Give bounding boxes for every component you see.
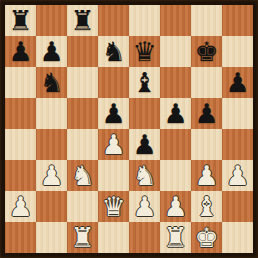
piece-black-queen[interactable]: ♛ [132, 36, 156, 67]
piece-white-pawn[interactable]: ♟ [225, 160, 249, 191]
square-a4[interactable] [5, 129, 36, 160]
square-b8[interactable] [36, 5, 67, 36]
square-f5[interactable]: ♟ [160, 98, 191, 129]
square-d4[interactable]: ♟ [98, 129, 129, 160]
square-a1[interactable] [5, 222, 36, 253]
square-d7[interactable]: ♞ [98, 36, 129, 67]
square-a5[interactable] [5, 98, 36, 129]
square-h5[interactable] [222, 98, 253, 129]
square-g8[interactable] [191, 5, 222, 36]
piece-white-bishop[interactable]: ♝ [194, 191, 218, 222]
piece-white-pawn[interactable]: ♟ [163, 191, 187, 222]
square-c2[interactable] [67, 191, 98, 222]
square-g5[interactable]: ♟ [191, 98, 222, 129]
piece-white-knight[interactable]: ♞ [132, 160, 156, 191]
square-c3[interactable]: ♞ [67, 160, 98, 191]
piece-white-rook[interactable]: ♜ [70, 222, 94, 253]
square-h6[interactable]: ♟ [222, 67, 253, 98]
square-g3[interactable]: ♟ [191, 160, 222, 191]
piece-black-king[interactable]: ♚ [194, 36, 218, 67]
square-d3[interactable] [98, 160, 129, 191]
square-f3[interactable] [160, 160, 191, 191]
square-h7[interactable] [222, 36, 253, 67]
square-a7[interactable]: ♟ [5, 36, 36, 67]
piece-white-pawn[interactable]: ♟ [101, 129, 125, 160]
piece-white-king[interactable]: ♚ [194, 222, 218, 253]
square-f8[interactable] [160, 5, 191, 36]
square-f1[interactable]: ♜ [160, 222, 191, 253]
square-b1[interactable] [36, 222, 67, 253]
square-e6[interactable]: ♝ [129, 67, 160, 98]
square-d8[interactable] [98, 5, 129, 36]
piece-white-rook[interactable]: ♜ [163, 222, 187, 253]
square-e8[interactable] [129, 5, 160, 36]
square-e2[interactable]: ♟ [129, 191, 160, 222]
piece-black-pawn[interactable]: ♟ [101, 98, 125, 129]
square-h1[interactable] [222, 222, 253, 253]
square-h3[interactable]: ♟ [222, 160, 253, 191]
square-h4[interactable] [222, 129, 253, 160]
square-c7[interactable] [67, 36, 98, 67]
square-g2[interactable]: ♝ [191, 191, 222, 222]
square-g1[interactable]: ♚ [191, 222, 222, 253]
square-a3[interactable] [5, 160, 36, 191]
piece-black-pawn[interactable]: ♟ [194, 98, 218, 129]
chess-board: ♜♜♟♟♞♛♚♞♝♟♟♟♟♟♟♟♞♞♟♟♟♛♟♟♝♜♜♚ [5, 5, 253, 253]
square-f4[interactable] [160, 129, 191, 160]
chess-board-frame: ♜♜♟♟♞♛♚♞♝♟♟♟♟♟♟♟♞♞♟♟♟♛♟♟♝♜♜♚ [0, 0, 258, 258]
piece-black-rook[interactable]: ♜ [8, 5, 32, 36]
piece-black-knight[interactable]: ♞ [39, 67, 63, 98]
square-g6[interactable] [191, 67, 222, 98]
square-c6[interactable] [67, 67, 98, 98]
square-d1[interactable] [98, 222, 129, 253]
square-e5[interactable] [129, 98, 160, 129]
piece-black-knight[interactable]: ♞ [101, 36, 125, 67]
square-a6[interactable] [5, 67, 36, 98]
square-b3[interactable]: ♟ [36, 160, 67, 191]
square-f2[interactable]: ♟ [160, 191, 191, 222]
square-g7[interactable]: ♚ [191, 36, 222, 67]
square-h8[interactable] [222, 5, 253, 36]
square-f6[interactable] [160, 67, 191, 98]
square-b5[interactable] [36, 98, 67, 129]
square-c4[interactable] [67, 129, 98, 160]
piece-black-pawn[interactable]: ♟ [39, 36, 63, 67]
square-g4[interactable] [191, 129, 222, 160]
square-a2[interactable]: ♟ [5, 191, 36, 222]
square-f7[interactable] [160, 36, 191, 67]
piece-white-pawn[interactable]: ♟ [8, 191, 32, 222]
piece-white-knight[interactable]: ♞ [70, 160, 94, 191]
square-e4[interactable]: ♟ [129, 129, 160, 160]
piece-white-pawn[interactable]: ♟ [194, 160, 218, 191]
square-h2[interactable] [222, 191, 253, 222]
piece-white-pawn[interactable]: ♟ [39, 160, 63, 191]
square-c5[interactable] [67, 98, 98, 129]
square-e3[interactable]: ♞ [129, 160, 160, 191]
piece-black-pawn[interactable]: ♟ [132, 129, 156, 160]
piece-black-pawn[interactable]: ♟ [163, 98, 187, 129]
square-d6[interactable] [98, 67, 129, 98]
piece-black-pawn[interactable]: ♟ [8, 36, 32, 67]
piece-black-bishop[interactable]: ♝ [132, 67, 156, 98]
square-e7[interactable]: ♛ [129, 36, 160, 67]
square-b2[interactable] [36, 191, 67, 222]
square-b7[interactable]: ♟ [36, 36, 67, 67]
piece-white-pawn[interactable]: ♟ [132, 191, 156, 222]
square-b4[interactable] [36, 129, 67, 160]
piece-black-pawn[interactable]: ♟ [225, 67, 249, 98]
square-e1[interactable] [129, 222, 160, 253]
piece-white-queen[interactable]: ♛ [101, 191, 125, 222]
square-b6[interactable]: ♞ [36, 67, 67, 98]
square-c1[interactable]: ♜ [67, 222, 98, 253]
square-c8[interactable]: ♜ [67, 5, 98, 36]
piece-black-rook[interactable]: ♜ [70, 5, 94, 36]
square-d2[interactable]: ♛ [98, 191, 129, 222]
square-a8[interactable]: ♜ [5, 5, 36, 36]
square-d5[interactable]: ♟ [98, 98, 129, 129]
